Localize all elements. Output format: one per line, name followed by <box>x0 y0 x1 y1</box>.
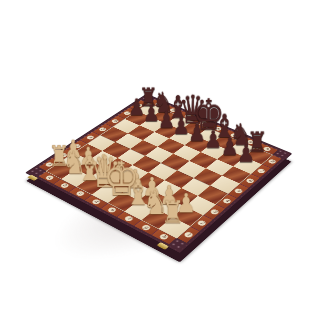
coordinate-medallion: 3 <box>209 209 220 216</box>
black-pawn-glyph: ♟ <box>226 141 267 165</box>
coordinate-medallion: 2 <box>196 220 207 227</box>
white-rook-glyph: ♜ <box>150 197 195 228</box>
scene: abcdefgh abcdefgh 87654321 87654321 ♜♞♝♛… <box>0 0 320 320</box>
chess-board: abcdefgh abcdefgh 87654321 87654321 ♜♞♝♛… <box>25 94 292 254</box>
product-photo: abcdefgh abcdefgh 87654321 87654321 ♜♞♝♛… <box>0 0 320 320</box>
